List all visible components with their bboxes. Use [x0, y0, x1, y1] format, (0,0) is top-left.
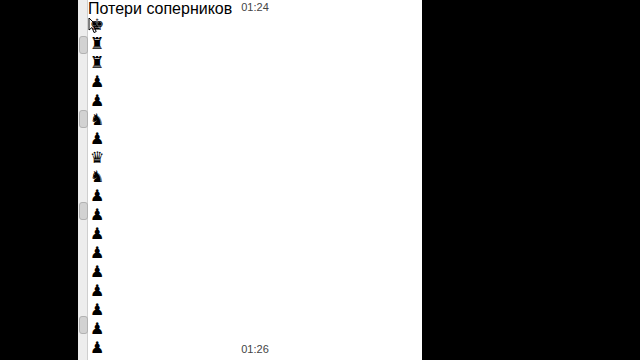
white-pawn-e5[interactable]: ♟	[90, 262, 416, 281]
white-rook-a1[interactable]: ♜	[90, 53, 416, 72]
scroll-grip[interactable]	[79, 202, 88, 220]
white-rook-d1[interactable]: ♜	[90, 34, 416, 53]
white-pawn-g4[interactable]: ♟	[90, 186, 416, 205]
white-pawn-b4[interactable]: ♟	[90, 243, 416, 262]
check-icon: ✔	[0, 252, 13, 269]
signal-icon: ⚠	[0, 327, 14, 344]
cross-icon: ✖	[0, 289, 13, 306]
square-e5[interactable]: ♟	[90, 262, 416, 281]
white-pawn-c4[interactable]: ♟	[90, 224, 416, 243]
square-a2[interactable]: ♟	[90, 129, 416, 148]
check-icon: ✔	[0, 308, 13, 325]
square-e6[interactable]: ♟	[90, 319, 416, 338]
square-h2[interactable]: ♟	[90, 72, 416, 91]
square-h6[interactable]: ♟	[90, 300, 416, 319]
black-pawn-h6[interactable]: ♟	[90, 300, 416, 319]
opponent-clock: 01:24	[88, 1, 422, 13]
square-f2[interactable]: ♟	[90, 91, 416, 110]
player-clock: 01:26	[88, 343, 422, 355]
square-c2[interactable]: ♞	[90, 110, 416, 129]
square-a1[interactable]: ♜	[90, 53, 416, 72]
white-label: Белые:	[3, 22, 56, 39]
online-status-icon: ●	[16, 44, 26, 61]
scroll-grip[interactable]	[79, 36, 88, 54]
white-king-g1[interactable]: ♚	[90, 15, 416, 34]
chess-board[interactable]: ♚♜♜♟♟♞♟♛♞♟♟♟♟♟♟♟♟♟♟♝♝♟♚♜♛♜	[90, 15, 416, 360]
square-d1[interactable]: ♜	[90, 34, 416, 53]
square-f3[interactable]: ♞	[90, 167, 416, 186]
square-d4[interactable]: ♟	[90, 205, 416, 224]
check-icon: ✔	[0, 233, 13, 250]
white-knight-c2[interactable]: ♞	[90, 110, 416, 129]
square-b4[interactable]: ♟	[90, 243, 416, 262]
white-pawn-a2[interactable]: ♟	[90, 129, 416, 148]
board-area: 01:24 ♚♜♜♟♟♞♟♛♞♟♟♟♟♟♟♟♟♟♟♝♝♟♚♜♛♜ 1234567…	[88, 0, 422, 360]
black-pawn-e6[interactable]: ♟	[90, 319, 416, 338]
white-dot-icon: ●	[32, 66, 42, 83]
square-g3[interactable]: ♛	[90, 148, 416, 167]
black-pawn-c5[interactable]: ♟	[90, 281, 416, 300]
square-c4[interactable]: ♟	[90, 224, 416, 243]
left-scrollbar[interactable]	[78, 0, 88, 360]
white-pawn-f2[interactable]: ♟	[90, 91, 416, 110]
option-button-label: Сдаться	[13, 289, 75, 306]
white-queen-g3[interactable]: ♛	[90, 148, 416, 167]
square-c5[interactable]: ♟	[90, 281, 416, 300]
scroll-grip[interactable]	[79, 110, 88, 128]
square-g4[interactable]: ♟	[90, 186, 416, 205]
black-pawn-d4[interactable]: ♟	[90, 205, 416, 224]
chess-board-frame: ♚♜♜♟♟♞♟♛♞♟♟♟♟♟♟♟♟♟♟♝♝♟♚♜♛♜ 12345678 hgfe…	[90, 15, 416, 342]
white-pawn-h2[interactable]: ♟	[90, 72, 416, 91]
square-g1[interactable]: ♚	[90, 15, 416, 34]
doc-icon: ▤	[0, 346, 15, 360]
white-knight-f3[interactable]: ♞	[90, 167, 416, 186]
scroll-grip[interactable]	[79, 316, 88, 334]
flag-icon: ⚑	[61, 22, 75, 39]
app-window: 01:24 ♚♜♜♟♟♞♟♛♞♟♟♟♟♟♟♟♟♟♟♝♝♟♚♜♛♜ 1234567…	[0, 0, 640, 360]
